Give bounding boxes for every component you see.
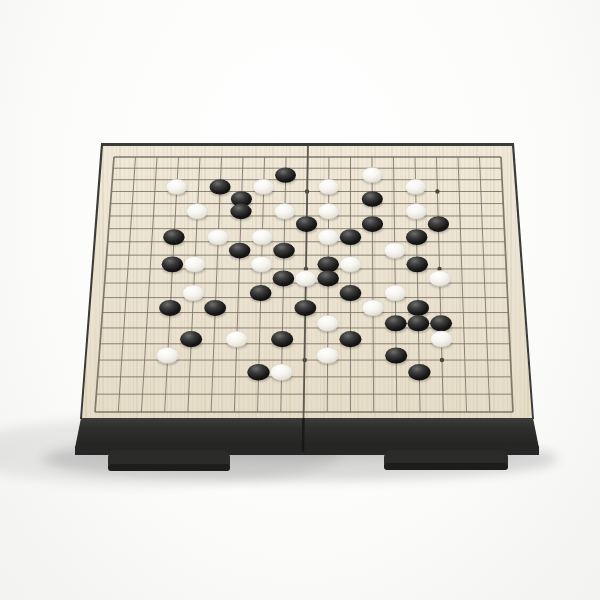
- white-stone: [207, 229, 228, 246]
- black-stone: [407, 300, 429, 317]
- black-stone: [406, 229, 427, 246]
- black-stone: [385, 315, 407, 332]
- white-stone: [251, 229, 272, 246]
- white-stone: [226, 331, 248, 348]
- black-stone: [210, 179, 231, 196]
- black-stone: [162, 256, 184, 273]
- white-stone: [187, 204, 208, 221]
- black-stone: [204, 300, 226, 317]
- white-stone: [184, 256, 206, 273]
- black-stone: [229, 243, 250, 260]
- white-stone: [384, 243, 405, 260]
- black-stone: [408, 364, 430, 382]
- black-stone: [362, 191, 383, 208]
- black-stone: [406, 256, 428, 273]
- white-stone: [156, 347, 178, 365]
- white-stone: [182, 285, 204, 302]
- white-stone: [251, 256, 273, 273]
- black-stone: [339, 331, 361, 348]
- white-stone: [362, 167, 383, 184]
- white-stone: [270, 364, 292, 382]
- black-stone: [230, 204, 251, 221]
- black-stone: [317, 271, 339, 288]
- black-stone: [250, 285, 272, 302]
- white-stone: [384, 285, 406, 302]
- black-stone: [273, 271, 295, 288]
- white-stone: [166, 179, 187, 196]
- black-stone: [362, 216, 383, 233]
- white-stone: [340, 256, 362, 273]
- white-stone: [429, 271, 451, 288]
- white-stone: [362, 300, 384, 317]
- black-stone: [340, 229, 361, 246]
- white-stone: [295, 271, 317, 288]
- white-stone: [430, 331, 452, 348]
- black-stone: [247, 364, 269, 382]
- white-stone: [405, 179, 426, 196]
- white-stone: [274, 204, 295, 221]
- white-stone: [318, 179, 339, 196]
- black-stone: [159, 300, 181, 317]
- black-stone: [271, 331, 293, 348]
- black-stone: [296, 216, 317, 233]
- black-stone: [163, 229, 184, 246]
- black-stone: [407, 315, 429, 332]
- black-stone: [180, 331, 202, 348]
- white-stone: [318, 204, 339, 221]
- white-stone: [406, 204, 427, 221]
- black-stone: [273, 243, 294, 260]
- photo-backdrop: [0, 0, 600, 600]
- black-stone: [430, 315, 452, 332]
- black-stone: [340, 285, 362, 302]
- black-stone: [275, 167, 296, 184]
- black-stone: [385, 347, 407, 365]
- black-stone: [428, 216, 449, 233]
- white-stone: [316, 347, 338, 365]
- black-stone: [294, 300, 316, 317]
- white-stone: [318, 229, 339, 246]
- go-board-photo: [0, 0, 600, 600]
- white-stone: [317, 315, 339, 332]
- white-stone: [253, 179, 274, 196]
